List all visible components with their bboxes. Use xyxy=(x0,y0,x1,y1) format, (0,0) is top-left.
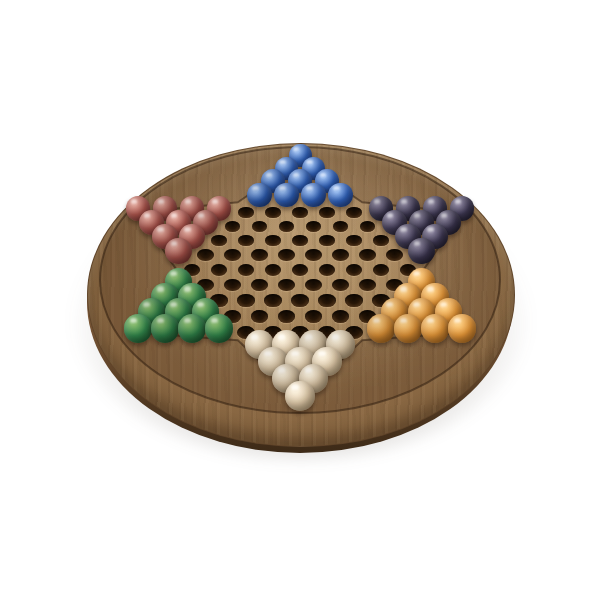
specular-highlight xyxy=(414,241,421,246)
hole[interactable] xyxy=(278,249,294,261)
hole[interactable] xyxy=(278,310,295,323)
specular-highlight xyxy=(197,302,204,307)
hole[interactable] xyxy=(386,249,402,261)
marble-orange[interactable] xyxy=(448,314,476,342)
specular-highlight xyxy=(400,227,407,232)
specular-highlight xyxy=(184,286,191,291)
specular-highlight xyxy=(279,160,285,164)
specular-highlight xyxy=(293,173,299,178)
specular-highlight xyxy=(427,227,434,232)
specular-highlight xyxy=(184,227,191,232)
product-photo-scene xyxy=(0,0,600,600)
specular-highlight xyxy=(211,318,218,323)
specular-highlight xyxy=(291,384,299,390)
hole[interactable] xyxy=(359,249,375,261)
specular-highlight xyxy=(279,186,285,191)
marble-green[interactable] xyxy=(151,314,179,342)
specular-highlight xyxy=(332,334,339,339)
specular-highlight xyxy=(264,351,272,357)
specular-highlight xyxy=(306,160,312,164)
hole[interactable] xyxy=(237,294,254,307)
marble-natural[interactable] xyxy=(285,381,315,411)
specular-highlight xyxy=(427,318,434,323)
hole[interactable] xyxy=(251,249,267,261)
specular-highlight xyxy=(428,199,434,204)
specular-highlight xyxy=(157,318,164,323)
marble-black[interactable] xyxy=(408,238,434,264)
marble-blue[interactable] xyxy=(247,183,271,207)
specular-highlight xyxy=(143,302,150,307)
marble-orange[interactable] xyxy=(394,314,422,342)
specular-highlight xyxy=(454,318,461,323)
specular-highlight xyxy=(400,286,407,291)
marble-red[interactable] xyxy=(165,238,191,264)
specular-highlight xyxy=(252,186,258,191)
specular-highlight xyxy=(414,213,421,218)
marble-green[interactable] xyxy=(124,314,152,342)
specular-highlight xyxy=(401,199,407,204)
marble-blue[interactable] xyxy=(301,183,325,207)
specular-highlight xyxy=(306,186,312,191)
hole[interactable] xyxy=(251,310,268,323)
marble-green[interactable] xyxy=(178,314,206,342)
hole[interactable] xyxy=(264,294,281,307)
specular-highlight xyxy=(251,334,258,339)
specular-highlight xyxy=(320,173,326,178)
specular-highlight xyxy=(278,334,285,339)
hole[interactable] xyxy=(265,207,280,218)
marble-blue[interactable] xyxy=(328,183,352,207)
specular-highlight xyxy=(387,213,394,218)
specular-highlight xyxy=(131,199,137,204)
specular-highlight xyxy=(171,213,178,218)
specular-highlight xyxy=(198,213,205,218)
specular-highlight xyxy=(374,199,380,204)
specular-highlight xyxy=(413,302,420,307)
marble-blue[interactable] xyxy=(274,183,298,207)
hole[interactable] xyxy=(305,249,321,261)
hole[interactable] xyxy=(318,294,335,307)
specular-highlight xyxy=(441,213,448,218)
specular-highlight xyxy=(278,367,286,373)
hole[interactable] xyxy=(332,310,349,323)
specular-highlight xyxy=(130,318,137,323)
hole[interactable] xyxy=(291,294,308,307)
hole[interactable] xyxy=(238,207,253,218)
specular-highlight xyxy=(400,318,407,323)
specular-highlight xyxy=(427,286,434,291)
specular-highlight xyxy=(373,318,380,323)
specular-highlight xyxy=(440,302,447,307)
marble-orange[interactable] xyxy=(421,314,449,342)
specular-highlight xyxy=(158,199,164,204)
specular-highlight xyxy=(333,186,339,191)
specular-highlight xyxy=(293,147,299,151)
hole[interactable] xyxy=(332,249,348,261)
specular-highlight xyxy=(170,302,177,307)
hole[interactable] xyxy=(345,294,362,307)
specular-highlight xyxy=(318,351,326,357)
specular-highlight xyxy=(144,213,151,218)
hole[interactable] xyxy=(197,249,213,261)
specular-highlight xyxy=(185,199,191,204)
specular-highlight xyxy=(305,367,313,373)
specular-highlight xyxy=(455,199,461,204)
specular-highlight xyxy=(184,318,191,323)
marble-orange[interactable] xyxy=(367,314,395,342)
marble-green[interactable] xyxy=(205,314,233,342)
specular-highlight xyxy=(157,286,164,291)
hole[interactable] xyxy=(224,249,240,261)
specular-highlight xyxy=(212,199,218,204)
hole[interactable] xyxy=(305,310,322,323)
specular-highlight xyxy=(171,241,178,246)
specular-highlight xyxy=(170,271,177,276)
hole[interactable] xyxy=(346,207,361,218)
specular-highlight xyxy=(413,271,420,276)
specular-highlight xyxy=(157,227,164,232)
specular-highlight xyxy=(266,173,272,178)
specular-highlight xyxy=(305,334,312,339)
specular-highlight xyxy=(386,302,393,307)
hole[interactable] xyxy=(292,207,307,218)
hole[interactable] xyxy=(319,207,334,218)
specular-highlight xyxy=(291,351,299,357)
